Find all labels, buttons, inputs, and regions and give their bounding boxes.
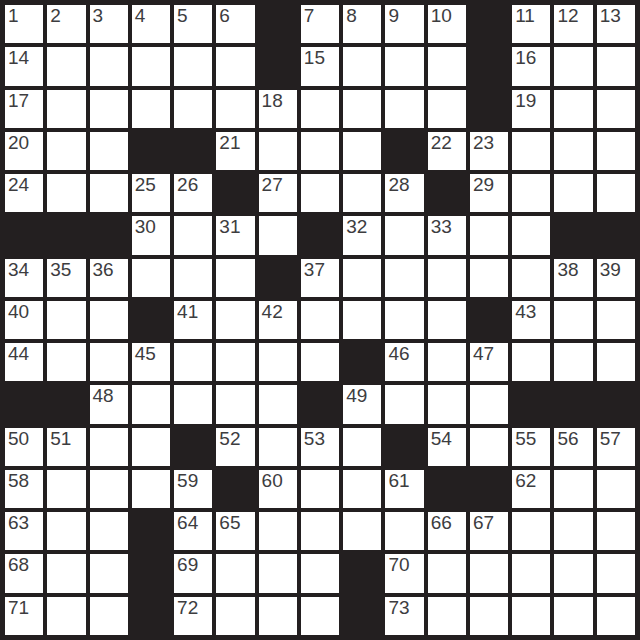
cell-r13c7[interactable] [259,512,297,550]
cell-r11c14[interactable]: 56 [554,428,592,466]
cell-r3c4[interactable] [132,90,170,128]
clue-number-73: 73 [388,598,409,617]
black-cell-r12c6 [216,470,254,508]
clue-number-14: 14 [8,48,29,67]
cell-r5c4[interactable]: 25 [132,174,170,212]
cell-r10c11[interactable] [428,385,466,423]
cell-r13c10[interactable] [385,512,423,550]
cell-r11c8[interactable]: 53 [301,428,339,466]
clue-number-12: 12 [557,6,578,25]
cell-r13c12[interactable]: 67 [470,512,508,550]
cell-r4c15[interactable] [597,132,635,170]
crossword-puzzle: 1234567891011121314151617181920212223242… [0,0,640,640]
cell-r10c5[interactable] [174,385,212,423]
cell-r10c12[interactable] [470,385,508,423]
cell-r3c6[interactable] [216,90,254,128]
clue-number-2: 2 [50,6,61,25]
black-cell-r2c12 [470,47,508,85]
cell-r8c1[interactable]: 40 [5,301,43,339]
clue-number-23: 23 [473,133,494,152]
clue-number-16: 16 [515,48,536,67]
clue-number-21: 21 [219,133,240,152]
clue-number-31: 31 [219,217,240,236]
cell-r2c10[interactable] [385,47,423,85]
black-cell-r12c12 [470,470,508,508]
clue-number-26: 26 [177,175,198,194]
clue-number-25: 25 [135,175,156,194]
cell-r11c1[interactable]: 50 [5,428,43,466]
cell-r1c10[interactable]: 9 [385,5,423,43]
black-cell-r10c8 [301,385,339,423]
cell-r8c13[interactable]: 43 [512,301,550,339]
cell-r5c10[interactable]: 28 [385,174,423,212]
cell-r12c14[interactable] [554,470,592,508]
cell-r14c2[interactable] [47,554,85,592]
black-cell-r10c1 [5,385,43,423]
cell-r4c9[interactable] [343,132,381,170]
cell-r10c4[interactable] [132,385,170,423]
cell-r12c1[interactable]: 58 [5,470,43,508]
cell-r12c5[interactable]: 59 [174,470,212,508]
cell-r8c5[interactable]: 41 [174,301,212,339]
clue-number-56: 56 [557,429,578,448]
cell-r1c3[interactable]: 3 [90,5,128,43]
cell-r1c2[interactable]: 2 [47,5,85,43]
cell-r14c15[interactable] [597,554,635,592]
clue-number-35: 35 [50,260,71,279]
cell-r11c13[interactable]: 55 [512,428,550,466]
cell-r2c14[interactable] [554,47,592,85]
cell-r6c12[interactable] [470,216,508,254]
cell-r15c15[interactable] [597,597,635,635]
cell-r10c6[interactable] [216,385,254,423]
cell-r4c3[interactable] [90,132,128,170]
black-cell-r6c1 [5,216,43,254]
cell-r3c5[interactable] [174,90,212,128]
clue-number-46: 46 [388,344,409,363]
clue-number-43: 43 [515,302,536,321]
cell-r15c13[interactable] [512,597,550,635]
cell-r5c15[interactable] [597,174,635,212]
clue-number-70: 70 [388,555,409,574]
clue-number-59: 59 [177,471,198,490]
clue-number-30: 30 [135,217,156,236]
cell-r7c12[interactable] [470,259,508,297]
cell-r1c6[interactable]: 6 [216,5,254,43]
clue-number-15: 15 [304,48,325,67]
black-cell-r15c4 [132,597,170,635]
cell-r14c8[interactable] [301,554,339,592]
clue-number-17: 17 [8,91,29,110]
cell-r5c14[interactable] [554,174,592,212]
clue-number-69: 69 [177,555,198,574]
cell-r4c8[interactable] [301,132,339,170]
cell-r5c5[interactable]: 26 [174,174,212,212]
clue-number-42: 42 [262,302,283,321]
cell-r12c13[interactable]: 62 [512,470,550,508]
cell-r12c9[interactable] [343,470,381,508]
clue-number-38: 38 [557,260,578,279]
cell-r15c1[interactable]: 71 [5,597,43,635]
cell-r1c11[interactable]: 10 [428,5,466,43]
cell-r13c5[interactable]: 64 [174,512,212,550]
cell-r9c13[interactable] [512,343,550,381]
clue-number-41: 41 [177,302,198,321]
black-cell-r6c2 [47,216,85,254]
cell-r7c2[interactable]: 35 [47,259,85,297]
clue-number-67: 67 [473,513,494,532]
cell-r15c5[interactable]: 72 [174,597,212,635]
black-cell-r10c15 [597,385,635,423]
cell-r13c13[interactable] [512,512,550,550]
cell-r5c7[interactable]: 27 [259,174,297,212]
cell-r7c3[interactable]: 36 [90,259,128,297]
clue-number-47: 47 [473,344,494,363]
black-cell-r6c8 [301,216,339,254]
cell-r6c7[interactable] [259,216,297,254]
cell-r14c3[interactable] [90,554,128,592]
clue-number-20: 20 [8,133,29,152]
cell-r9c1[interactable]: 44 [5,343,43,381]
cell-r7c5[interactable] [174,259,212,297]
cell-r4c11[interactable]: 22 [428,132,466,170]
cell-r6c4[interactable]: 30 [132,216,170,254]
cell-r4c2[interactable] [47,132,85,170]
clue-number-61: 61 [388,471,409,490]
clue-number-63: 63 [8,513,29,532]
cell-r12c7[interactable]: 60 [259,470,297,508]
cell-r11c12[interactable] [470,428,508,466]
cell-r6c9[interactable]: 32 [343,216,381,254]
black-cell-r14c9 [343,554,381,592]
cell-r5c9[interactable] [343,174,381,212]
cell-r14c6[interactable] [216,554,254,592]
clue-number-60: 60 [262,471,283,490]
cell-r15c8[interactable] [301,597,339,635]
clue-number-71: 71 [8,598,29,617]
black-cell-r5c11 [428,174,466,212]
cell-r3c7[interactable]: 18 [259,90,297,128]
clue-number-39: 39 [600,260,621,279]
cell-r9c12[interactable]: 47 [470,343,508,381]
cell-r12c15[interactable] [597,470,635,508]
cell-r2c11[interactable] [428,47,466,85]
cell-r1c5[interactable]: 5 [174,5,212,43]
cell-r9c7[interactable] [259,343,297,381]
cell-r12c8[interactable] [301,470,339,508]
black-cell-r2c7 [259,47,297,85]
cell-r2c4[interactable] [132,47,170,85]
cell-r1c9[interactable]: 8 [343,5,381,43]
cell-r1c13[interactable]: 11 [512,5,550,43]
black-cell-r5c6 [216,174,254,212]
cell-r4c14[interactable] [554,132,592,170]
cell-r8c14[interactable] [554,301,592,339]
cell-r8c11[interactable] [428,301,466,339]
cell-r13c8[interactable] [301,512,339,550]
cell-r8c9[interactable] [343,301,381,339]
cell-r9c3[interactable] [90,343,128,381]
cell-r5c3[interactable] [90,174,128,212]
cell-r1c1[interactable]: 1 [5,5,43,43]
cell-r6c11[interactable]: 33 [428,216,466,254]
cell-r13c11[interactable]: 66 [428,512,466,550]
clue-number-44: 44 [8,344,29,363]
black-cell-r10c13 [512,385,550,423]
clue-number-10: 10 [431,6,452,25]
cell-r10c10[interactable] [385,385,423,423]
cell-r3c13[interactable]: 19 [512,90,550,128]
cell-r3c3[interactable] [90,90,128,128]
cell-r15c10[interactable]: 73 [385,597,423,635]
cell-r14c7[interactable] [259,554,297,592]
cell-r10c3[interactable]: 48 [90,385,128,423]
cell-r6c6[interactable]: 31 [216,216,254,254]
clue-number-24: 24 [8,175,29,194]
black-cell-r4c5 [174,132,212,170]
cell-r7c4[interactable] [132,259,170,297]
cell-r11c9[interactable] [343,428,381,466]
cell-r6c5[interactable] [174,216,212,254]
cell-r2c9[interactable] [343,47,381,85]
cell-r2c8[interactable]: 15 [301,47,339,85]
cell-r14c13[interactable] [512,554,550,592]
cell-r3c14[interactable] [554,90,592,128]
cell-r11c2[interactable]: 51 [47,428,85,466]
cell-r7c1[interactable]: 34 [5,259,43,297]
black-cell-r6c3 [90,216,128,254]
black-cell-r6c15 [597,216,635,254]
clue-number-65: 65 [219,513,240,532]
black-cell-r1c7 [259,5,297,43]
clue-number-66: 66 [431,513,452,532]
clue-number-19: 19 [515,91,536,110]
clue-number-29: 29 [473,175,494,194]
cell-r3c15[interactable] [597,90,635,128]
clue-number-32: 32 [346,217,367,236]
cell-r2c2[interactable] [47,47,85,85]
clue-number-9: 9 [388,6,399,25]
cell-r4c12[interactable]: 23 [470,132,508,170]
cell-r3c8[interactable] [301,90,339,128]
cell-r10c9[interactable]: 49 [343,385,381,423]
black-cell-r3c12 [470,90,508,128]
cell-r8c2[interactable] [47,301,85,339]
clue-number-64: 64 [177,513,198,532]
black-cell-r8c4 [132,301,170,339]
clue-number-48: 48 [93,386,114,405]
black-cell-r4c4 [132,132,170,170]
cell-r9c5[interactable] [174,343,212,381]
black-cell-r8c12 [470,301,508,339]
cell-r5c2[interactable] [47,174,85,212]
cell-r7c6[interactable] [216,259,254,297]
cell-r7c15[interactable]: 39 [597,259,635,297]
clue-number-11: 11 [515,6,535,25]
clue-number-13: 13 [600,6,621,25]
clue-number-1: 1 [8,6,19,25]
clue-number-8: 8 [346,6,357,25]
clue-number-58: 58 [8,471,29,490]
black-cell-r10c2 [47,385,85,423]
cell-r8c15[interactable] [597,301,635,339]
cell-r9c10[interactable]: 46 [385,343,423,381]
clue-number-54: 54 [431,429,452,448]
cell-r13c15[interactable] [597,512,635,550]
cell-r2c6[interactable] [216,47,254,85]
cell-r12c3[interactable] [90,470,128,508]
cell-r9c15[interactable] [597,343,635,381]
cell-r13c6[interactable]: 65 [216,512,254,550]
cell-r13c1[interactable]: 63 [5,512,43,550]
black-cell-r9c9 [343,343,381,381]
black-cell-r12c11 [428,470,466,508]
clue-number-33: 33 [431,217,452,236]
clue-number-51: 51 [50,429,71,448]
cell-r8c6[interactable] [216,301,254,339]
cell-r1c14[interactable]: 12 [554,5,592,43]
cell-r2c3[interactable] [90,47,128,85]
black-cell-r4c10 [385,132,423,170]
cell-r15c2[interactable] [47,597,85,635]
cell-r2c13[interactable]: 16 [512,47,550,85]
clue-number-18: 18 [262,91,283,110]
clue-number-49: 49 [346,386,367,405]
cell-r7c11[interactable] [428,259,466,297]
clue-number-6: 6 [219,6,230,25]
cell-r9c6[interactable] [216,343,254,381]
clue-number-37: 37 [304,260,325,279]
cell-r15c6[interactable] [216,597,254,635]
clue-number-57: 57 [600,429,621,448]
cell-r15c3[interactable] [90,597,128,635]
cell-r11c4[interactable] [132,428,170,466]
cell-r9c2[interactable] [47,343,85,381]
cell-r3c2[interactable] [47,90,85,128]
cell-r13c9[interactable] [343,512,381,550]
cell-r1c4[interactable]: 4 [132,5,170,43]
cell-r6c13[interactable] [512,216,550,254]
cell-r14c10[interactable]: 70 [385,554,423,592]
clue-number-22: 22 [431,133,452,152]
cell-r7c8[interactable]: 37 [301,259,339,297]
cell-r3c1[interactable]: 17 [5,90,43,128]
clue-number-36: 36 [93,260,114,279]
cell-r3c11[interactable] [428,90,466,128]
cell-r8c10[interactable] [385,301,423,339]
clue-number-4: 4 [135,6,146,25]
cell-r7c10[interactable] [385,259,423,297]
clue-number-34: 34 [8,260,29,279]
cell-r8c7[interactable]: 42 [259,301,297,339]
clue-number-5: 5 [177,6,188,25]
clue-number-53: 53 [304,429,325,448]
cell-r7c9[interactable] [343,259,381,297]
cell-r11c7[interactable] [259,428,297,466]
cell-r13c14[interactable] [554,512,592,550]
cell-r9c14[interactable] [554,343,592,381]
cell-r3c10[interactable] [385,90,423,128]
cell-r5c8[interactable] [301,174,339,212]
cell-r2c5[interactable] [174,47,212,85]
cell-r15c11[interactable] [428,597,466,635]
cell-r9c8[interactable] [301,343,339,381]
black-cell-r15c9 [343,597,381,635]
cell-r14c1[interactable]: 68 [5,554,43,592]
cell-r14c5[interactable]: 69 [174,554,212,592]
cell-r15c7[interactable] [259,597,297,635]
cell-r12c10[interactable]: 61 [385,470,423,508]
black-cell-r11c5 [174,428,212,466]
black-cell-r6c14 [554,216,592,254]
cell-r5c12[interactable]: 29 [470,174,508,212]
cell-r10c7[interactable] [259,385,297,423]
cell-r3c9[interactable] [343,90,381,128]
cell-r1c8[interactable]: 7 [301,5,339,43]
cell-r14c14[interactable] [554,554,592,592]
cell-r8c8[interactable] [301,301,339,339]
cell-r14c12[interactable] [470,554,508,592]
cell-r5c13[interactable] [512,174,550,212]
cell-r4c1[interactable]: 20 [5,132,43,170]
clue-number-72: 72 [177,598,198,617]
black-cell-r11c10 [385,428,423,466]
clue-number-40: 40 [8,302,29,321]
clue-number-3: 3 [93,6,104,25]
cell-r5c1[interactable]: 24 [5,174,43,212]
cell-r4c13[interactable] [512,132,550,170]
cell-r14c11[interactable] [428,554,466,592]
cell-r1c15[interactable]: 13 [597,5,635,43]
clue-number-27: 27 [262,175,283,194]
cell-r2c15[interactable] [597,47,635,85]
cell-r6c10[interactable] [385,216,423,254]
cell-r9c4[interactable]: 45 [132,343,170,381]
cell-r12c2[interactable] [47,470,85,508]
cell-r13c2[interactable] [47,512,85,550]
clue-number-52: 52 [219,429,240,448]
cell-r15c14[interactable] [554,597,592,635]
cell-r12c4[interactable] [132,470,170,508]
cell-r2c1[interactable]: 14 [5,47,43,85]
cell-r11c6[interactable]: 52 [216,428,254,466]
cell-r4c7[interactable] [259,132,297,170]
cell-r13c3[interactable] [90,512,128,550]
clue-number-7: 7 [304,6,315,25]
black-cell-r14c4 [132,554,170,592]
clue-number-68: 68 [8,555,29,574]
cell-r7c13[interactable] [512,259,550,297]
cell-r15c12[interactable] [470,597,508,635]
clue-number-28: 28 [388,175,409,194]
black-cell-r10c14 [554,385,592,423]
cell-r4c6[interactable]: 21 [216,132,254,170]
clue-number-45: 45 [135,344,156,363]
cell-r9c11[interactable] [428,343,466,381]
cell-r11c11[interactable]: 54 [428,428,466,466]
cell-r11c15[interactable]: 57 [597,428,635,466]
clue-number-50: 50 [8,429,29,448]
cell-r8c3[interactable] [90,301,128,339]
crossword-grid: 1234567891011121314151617181920212223242… [0,0,640,640]
black-cell-r13c4 [132,512,170,550]
clue-number-62: 62 [515,471,536,490]
clue-number-55: 55 [515,429,536,448]
cell-r11c3[interactable] [90,428,128,466]
black-cell-r1c12 [470,5,508,43]
black-cell-r7c7 [259,259,297,297]
cell-r7c14[interactable]: 38 [554,259,592,297]
